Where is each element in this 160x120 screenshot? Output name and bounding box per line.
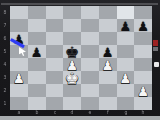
square-h3[interactable] (134, 71, 152, 84)
rank-label: 5 (3, 49, 8, 55)
square-b7[interactable] (28, 19, 46, 32)
rank-label: 8 (3, 10, 8, 16)
square-c4[interactable] (46, 58, 64, 71)
rank-coordinates: 87654321 (0, 6, 10, 110)
square-g3[interactable]: ♟ (117, 71, 135, 84)
file-label: g (121, 111, 129, 114)
square-c8[interactable] (46, 6, 64, 19)
piece-white-pawn[interactable]: ♟ (134, 85, 152, 98)
square-e3[interactable] (81, 71, 99, 84)
square-a6[interactable]: ♟ (10, 32, 28, 45)
square-a3[interactable]: ♟ (10, 71, 28, 84)
square-f2[interactable] (99, 84, 117, 97)
file-label: a (15, 111, 23, 114)
frame-top-bevel (1, 3, 158, 5)
square-e8[interactable] (81, 6, 99, 19)
square-e7[interactable] (81, 19, 99, 32)
square-b5[interactable]: ♟ (28, 45, 46, 58)
square-b3[interactable] (28, 71, 46, 84)
square-g5[interactable] (117, 45, 135, 58)
rank-label: 2 (3, 88, 8, 94)
rank-label: 4 (3, 62, 8, 68)
square-d7[interactable] (63, 19, 81, 32)
piece-white-pawn[interactable]: ♟ (99, 59, 117, 72)
square-h8[interactable] (134, 6, 152, 19)
rank-label: 6 (3, 36, 8, 42)
white-dot-indicator (154, 62, 159, 67)
piece-white-pawn[interactable]: ♟ (10, 72, 28, 85)
square-c7[interactable] (46, 19, 64, 32)
square-e6[interactable] (81, 32, 99, 45)
square-b2[interactable] (28, 84, 46, 97)
piece-white-king[interactable]: ♚ (63, 72, 81, 85)
square-a4[interactable] (10, 58, 28, 71)
square-f4[interactable]: ♟ (99, 58, 117, 71)
square-c6[interactable] (46, 32, 64, 45)
square-d3[interactable]: ♚ (63, 71, 81, 84)
piece-white-pawn[interactable]: ♟ (117, 72, 135, 85)
square-e5[interactable] (81, 45, 99, 58)
file-label: d (68, 111, 76, 114)
square-f7[interactable] (99, 19, 117, 32)
square-h7[interactable]: ♟ (134, 19, 152, 32)
square-h2[interactable]: ♟ (134, 84, 152, 97)
file-label: f (104, 111, 112, 114)
piece-black-pawn[interactable]: ♟ (28, 46, 46, 59)
piece-black-pawn[interactable]: ♟ (117, 20, 135, 33)
square-a8[interactable] (10, 6, 28, 19)
square-f5[interactable]: ♟ (99, 45, 117, 58)
file-label: b (33, 111, 41, 114)
chess-board[interactable]: ♟♟♟♟♚♟♟♟♟♚♟♟ (10, 6, 152, 110)
square-h5[interactable] (134, 45, 152, 58)
square-a7[interactable] (10, 19, 28, 32)
square-c2[interactable] (46, 84, 64, 97)
red-indicator (153, 40, 158, 46)
square-b8[interactable] (28, 6, 46, 19)
square-e2[interactable] (81, 84, 99, 97)
square-g8[interactable] (117, 6, 135, 19)
square-f6[interactable] (99, 32, 117, 45)
rank-label: 1 (3, 101, 8, 107)
square-d8[interactable] (63, 6, 81, 19)
square-g7[interactable]: ♟ (117, 19, 135, 32)
square-h4[interactable] (134, 58, 152, 71)
file-label: c (50, 111, 58, 114)
rank-label: 3 (3, 75, 8, 81)
square-b6[interactable] (28, 32, 46, 45)
file-label: e (86, 111, 94, 114)
square-f8[interactable] (99, 6, 117, 19)
chess-app-window: ♟♟♟♟♚♟♟♟♟♚♟♟ 87654321 abcdefgh (0, 0, 160, 120)
rank-label: 7 (3, 23, 8, 29)
file-label: h (139, 111, 147, 114)
square-d5[interactable]: ♚ (63, 45, 81, 58)
file-coordinates: abcdefgh (10, 109, 152, 116)
piece-black-pawn[interactable]: ♟ (134, 20, 152, 33)
square-g4[interactable] (117, 58, 135, 71)
square-c3[interactable] (46, 71, 64, 84)
gray-mark-indicator (153, 47, 158, 51)
square-e4[interactable] (81, 58, 99, 71)
frame-bottom-edge (0, 116, 160, 120)
square-c5[interactable] (46, 45, 64, 58)
